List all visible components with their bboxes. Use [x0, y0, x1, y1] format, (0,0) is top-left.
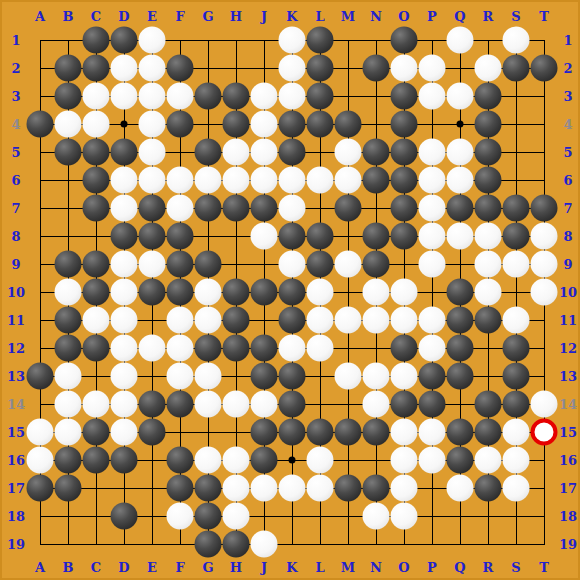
black-stone	[279, 279, 306, 306]
black-stone	[363, 223, 390, 250]
black-stone	[475, 139, 502, 166]
white-stone	[419, 195, 446, 222]
black-stone	[391, 111, 418, 138]
black-stone	[531, 55, 558, 82]
black-stone	[111, 27, 138, 54]
black-stone	[503, 195, 530, 222]
black-stone	[335, 419, 362, 446]
black-stone	[447, 363, 474, 390]
white-stone	[391, 279, 418, 306]
black-stone	[279, 363, 306, 390]
black-stone	[251, 419, 278, 446]
white-stone	[503, 475, 530, 502]
column-label: M	[341, 10, 355, 23]
black-stone	[167, 447, 194, 474]
white-stone	[307, 307, 334, 334]
star-point	[457, 121, 464, 128]
column-label: S	[511, 10, 520, 23]
white-stone	[279, 335, 306, 362]
black-stone	[391, 139, 418, 166]
black-stone	[167, 391, 194, 418]
white-stone	[111, 279, 138, 306]
black-stone	[83, 55, 110, 82]
black-stone	[363, 251, 390, 278]
black-stone	[447, 447, 474, 474]
black-stone	[27, 111, 54, 138]
column-label: F	[175, 10, 184, 23]
row-label: 11	[559, 314, 577, 327]
white-stone	[307, 279, 334, 306]
white-stone	[111, 363, 138, 390]
black-stone	[167, 223, 194, 250]
black-stone	[363, 475, 390, 502]
black-stone	[503, 335, 530, 362]
white-stone	[335, 307, 362, 334]
white-stone	[167, 307, 194, 334]
white-stone	[531, 223, 558, 250]
white-stone	[475, 447, 502, 474]
black-stone	[363, 419, 390, 446]
black-stone	[139, 195, 166, 222]
black-stone	[83, 447, 110, 474]
white-stone	[111, 251, 138, 278]
black-stone	[447, 419, 474, 446]
black-stone	[55, 307, 82, 334]
column-label: O	[398, 561, 409, 574]
row-label: 17	[7, 482, 25, 495]
white-stone	[27, 447, 54, 474]
grid-line-horizontal	[40, 544, 545, 545]
black-stone	[55, 251, 82, 278]
white-stone	[167, 363, 194, 390]
row-label: 18	[7, 510, 25, 523]
column-label: O	[398, 10, 409, 23]
white-stone	[83, 391, 110, 418]
row-label: 9	[563, 258, 572, 271]
white-stone	[195, 307, 222, 334]
row-label: 12	[7, 342, 25, 355]
black-stone	[83, 27, 110, 54]
column-label: L	[315, 561, 324, 574]
row-label: 8	[563, 230, 572, 243]
white-stone	[111, 195, 138, 222]
black-stone	[195, 335, 222, 362]
row-label: 17	[559, 482, 577, 495]
black-stone	[475, 111, 502, 138]
row-label: 18	[559, 510, 577, 523]
row-label: 8	[11, 230, 20, 243]
white-stone	[279, 475, 306, 502]
black-stone	[391, 83, 418, 110]
white-stone	[447, 27, 474, 54]
white-stone	[363, 307, 390, 334]
black-stone	[167, 55, 194, 82]
black-stone	[419, 391, 446, 418]
black-stone	[223, 307, 250, 334]
white-stone	[195, 363, 222, 390]
row-label: 7	[11, 202, 20, 215]
black-stone	[139, 419, 166, 446]
white-stone	[363, 503, 390, 530]
white-stone	[419, 167, 446, 194]
white-stone	[55, 391, 82, 418]
black-stone	[55, 139, 82, 166]
column-label: H	[230, 561, 242, 574]
white-stone	[447, 475, 474, 502]
black-stone	[447, 279, 474, 306]
black-stone	[55, 475, 82, 502]
white-stone	[447, 83, 474, 110]
white-stone	[391, 475, 418, 502]
row-label: 5	[563, 146, 572, 159]
white-stone	[363, 279, 390, 306]
white-stone	[55, 419, 82, 446]
black-stone	[307, 419, 334, 446]
white-stone	[27, 419, 54, 446]
white-stone	[279, 195, 306, 222]
row-label: 2	[11, 62, 20, 75]
black-stone	[195, 251, 222, 278]
white-stone	[111, 307, 138, 334]
black-stone	[167, 111, 194, 138]
row-label: 10	[7, 286, 25, 299]
column-label: Q	[454, 10, 465, 23]
white-stone	[251, 139, 278, 166]
black-stone	[363, 167, 390, 194]
white-stone	[391, 503, 418, 530]
row-label: 1	[563, 34, 572, 47]
black-stone	[279, 419, 306, 446]
white-stone	[139, 335, 166, 362]
white-stone	[363, 363, 390, 390]
black-stone	[223, 279, 250, 306]
black-stone	[503, 55, 530, 82]
white-stone	[475, 55, 502, 82]
white-stone	[335, 251, 362, 278]
black-stone	[83, 167, 110, 194]
black-stone	[111, 223, 138, 250]
white-stone	[167, 167, 194, 194]
white-stone	[419, 335, 446, 362]
black-stone	[195, 195, 222, 222]
black-stone	[83, 251, 110, 278]
column-label: C	[91, 10, 101, 23]
black-stone	[195, 503, 222, 530]
white-stone	[55, 111, 82, 138]
row-label: 12	[559, 342, 577, 355]
white-stone	[419, 139, 446, 166]
column-label: G	[202, 10, 213, 23]
white-stone	[279, 167, 306, 194]
black-stone	[447, 195, 474, 222]
row-label: 10	[559, 286, 577, 299]
white-stone	[475, 223, 502, 250]
black-stone	[475, 167, 502, 194]
column-label: Q	[454, 561, 465, 574]
go-board[interactable]: AABBCCDDEEFFGGHHJJKKLLMMNNOOPPQQRRSSTT11…	[0, 0, 580, 580]
white-stone	[419, 419, 446, 446]
white-stone	[83, 111, 110, 138]
white-stone	[223, 139, 250, 166]
white-stone	[475, 279, 502, 306]
black-stone	[335, 111, 362, 138]
black-stone	[139, 279, 166, 306]
black-stone	[307, 251, 334, 278]
column-label: A	[35, 561, 45, 574]
white-stone	[139, 55, 166, 82]
star-point	[289, 457, 296, 464]
white-stone	[139, 167, 166, 194]
white-stone	[335, 139, 362, 166]
white-stone	[363, 391, 390, 418]
black-stone	[223, 195, 250, 222]
row-label: 3	[563, 90, 572, 103]
white-stone	[391, 55, 418, 82]
white-stone	[279, 251, 306, 278]
black-stone	[363, 139, 390, 166]
black-stone	[307, 55, 334, 82]
white-stone	[419, 55, 446, 82]
column-label: B	[63, 10, 74, 23]
white-stone	[475, 251, 502, 278]
white-stone	[391, 447, 418, 474]
black-stone	[195, 475, 222, 502]
row-label: 14	[7, 398, 25, 411]
column-label: C	[91, 561, 101, 574]
black-stone	[83, 335, 110, 362]
black-stone	[251, 195, 278, 222]
white-stone	[111, 167, 138, 194]
row-label: 13	[559, 370, 577, 383]
row-label: 2	[563, 62, 572, 75]
black-stone	[391, 195, 418, 222]
column-label: R	[483, 561, 494, 574]
row-label: 6	[11, 174, 20, 187]
black-stone	[475, 83, 502, 110]
white-stone	[531, 279, 558, 306]
white-stone	[223, 167, 250, 194]
black-stone	[475, 419, 502, 446]
black-stone	[503, 363, 530, 390]
white-stone	[503, 251, 530, 278]
white-stone	[251, 223, 278, 250]
black-stone	[307, 27, 334, 54]
black-stone	[223, 83, 250, 110]
black-stone	[475, 307, 502, 334]
row-label: 4	[11, 118, 20, 131]
white-stone	[307, 475, 334, 502]
white-stone	[503, 27, 530, 54]
white-stone	[251, 475, 278, 502]
black-stone	[391, 223, 418, 250]
white-stone	[139, 111, 166, 138]
black-stone	[475, 195, 502, 222]
white-stone	[447, 167, 474, 194]
black-stone	[391, 27, 418, 54]
white-stone	[447, 139, 474, 166]
column-label: M	[341, 561, 355, 574]
black-stone	[83, 139, 110, 166]
white-stone	[83, 83, 110, 110]
black-stone	[55, 447, 82, 474]
black-stone	[27, 363, 54, 390]
white-stone	[55, 363, 82, 390]
row-label: 16	[559, 454, 577, 467]
black-stone	[251, 447, 278, 474]
black-stone	[279, 223, 306, 250]
column-label: D	[118, 561, 129, 574]
row-label: 16	[7, 454, 25, 467]
white-stone	[111, 391, 138, 418]
white-stone	[419, 251, 446, 278]
row-label: 15	[7, 426, 25, 439]
black-stone	[167, 251, 194, 278]
black-stone	[363, 55, 390, 82]
black-stone	[27, 475, 54, 502]
white-stone	[195, 167, 222, 194]
black-stone	[503, 223, 530, 250]
white-stone	[503, 447, 530, 474]
white-stone	[391, 363, 418, 390]
white-stone	[279, 27, 306, 54]
white-stone	[167, 335, 194, 362]
black-stone	[223, 531, 250, 558]
star-point	[121, 121, 128, 128]
black-stone	[55, 83, 82, 110]
black-stone	[307, 223, 334, 250]
column-label: P	[427, 10, 437, 23]
white-stone	[195, 279, 222, 306]
column-label: E	[147, 10, 157, 23]
white-stone	[503, 419, 530, 446]
black-stone	[335, 475, 362, 502]
column-label: T	[539, 10, 549, 23]
white-stone	[531, 391, 558, 418]
white-stone	[307, 167, 334, 194]
black-stone	[447, 335, 474, 362]
white-stone	[167, 83, 194, 110]
row-label: 19	[7, 538, 25, 551]
white-stone	[307, 335, 334, 362]
black-stone	[279, 307, 306, 334]
white-stone	[139, 139, 166, 166]
column-label: H	[230, 10, 242, 23]
black-stone	[139, 223, 166, 250]
column-label: F	[175, 561, 184, 574]
column-label: N	[370, 561, 382, 574]
white-stone	[419, 223, 446, 250]
black-stone	[111, 139, 138, 166]
white-stone	[111, 83, 138, 110]
black-stone	[111, 447, 138, 474]
white-stone	[139, 27, 166, 54]
black-stone	[83, 195, 110, 222]
white-stone	[419, 307, 446, 334]
black-stone	[139, 391, 166, 418]
black-stone	[503, 391, 530, 418]
white-stone	[167, 195, 194, 222]
black-stone	[279, 391, 306, 418]
white-stone	[307, 447, 334, 474]
black-stone	[307, 83, 334, 110]
column-label: K	[286, 561, 297, 574]
row-label: 5	[11, 146, 20, 159]
row-label: 15	[559, 426, 577, 439]
column-label: J	[261, 10, 267, 23]
white-stone	[139, 83, 166, 110]
white-stone	[335, 167, 362, 194]
column-label: E	[147, 561, 157, 574]
white-stone	[223, 391, 250, 418]
white-stone	[223, 475, 250, 502]
column-label: D	[118, 10, 129, 23]
white-stone	[391, 419, 418, 446]
white-stone	[55, 279, 82, 306]
row-label: 19	[559, 538, 577, 551]
white-stone	[83, 307, 110, 334]
row-label: 11	[7, 314, 25, 327]
row-label: 13	[7, 370, 25, 383]
black-stone	[391, 167, 418, 194]
white-stone	[111, 419, 138, 446]
black-stone	[531, 195, 558, 222]
column-label: R	[483, 10, 494, 23]
white-stone	[251, 83, 278, 110]
black-stone	[111, 503, 138, 530]
row-label: 1	[11, 34, 20, 47]
row-label: 3	[11, 90, 20, 103]
white-stone	[335, 363, 362, 390]
white-stone	[279, 55, 306, 82]
black-stone	[279, 111, 306, 138]
black-stone	[195, 83, 222, 110]
white-stone	[503, 307, 530, 334]
white-stone	[139, 251, 166, 278]
column-label: S	[511, 561, 520, 574]
white-stone	[251, 167, 278, 194]
white-stone	[391, 307, 418, 334]
black-stone	[167, 279, 194, 306]
row-label: 7	[563, 202, 572, 215]
row-label: 9	[11, 258, 20, 271]
black-stone	[251, 335, 278, 362]
white-stone	[531, 251, 558, 278]
black-stone	[447, 307, 474, 334]
white-stone	[447, 223, 474, 250]
black-stone	[55, 55, 82, 82]
black-stone	[83, 419, 110, 446]
white-stone	[251, 111, 278, 138]
white-stone	[251, 391, 278, 418]
black-stone	[55, 335, 82, 362]
white-stone	[195, 447, 222, 474]
white-stone	[167, 503, 194, 530]
white-stone	[111, 335, 138, 362]
white-stone	[195, 391, 222, 418]
black-stone	[223, 335, 250, 362]
black-stone	[475, 391, 502, 418]
column-label: B	[63, 561, 74, 574]
white-stone	[279, 83, 306, 110]
row-label: 14	[559, 398, 577, 411]
black-stone	[419, 363, 446, 390]
black-stone	[167, 475, 194, 502]
row-label: 4	[563, 118, 572, 131]
white-stone	[223, 503, 250, 530]
white-stone	[111, 55, 138, 82]
white-stone	[419, 83, 446, 110]
black-stone	[391, 391, 418, 418]
